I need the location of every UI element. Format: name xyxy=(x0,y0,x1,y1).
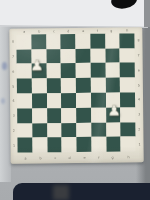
coordinate-label: f xyxy=(98,155,99,160)
bottom-smudge xyxy=(53,185,69,200)
coordinate-label: e xyxy=(84,155,86,160)
coordinate-label: 7 xyxy=(136,54,140,57)
square-e2[interactable] xyxy=(76,123,91,138)
coordinate-label: 4 xyxy=(137,98,141,101)
square-g7[interactable] xyxy=(105,48,120,63)
square-f4[interactable] xyxy=(91,93,106,108)
coordinate-label: 7 xyxy=(11,55,15,58)
white-pawn[interactable]: ♟ xyxy=(107,103,121,118)
square-a4[interactable] xyxy=(17,93,32,108)
square-d3[interactable] xyxy=(61,108,76,123)
coordinate-label: 2 xyxy=(137,128,141,131)
square-d2[interactable] xyxy=(62,123,77,138)
coordinate-label: 8 xyxy=(11,40,15,43)
square-f8[interactable] xyxy=(90,34,105,49)
coordinate-label: c xyxy=(53,30,55,33)
coordinate-label: 6 xyxy=(11,70,15,73)
square-a5[interactable] xyxy=(17,79,32,94)
white-pawn[interactable]: ♟ xyxy=(30,59,44,74)
square-e8[interactable] xyxy=(75,34,90,49)
square-c7[interactable] xyxy=(46,49,61,64)
coordinate-label: f xyxy=(97,29,98,32)
square-d5[interactable] xyxy=(61,78,76,93)
square-b1[interactable] xyxy=(32,138,47,153)
coordinate-label: 6 xyxy=(137,69,141,72)
square-c4[interactable] xyxy=(46,93,61,108)
coordinate-label: b xyxy=(39,155,41,160)
square-c2[interactable] xyxy=(47,123,62,138)
coordinate-label: 2 xyxy=(12,129,16,132)
square-g2[interactable] xyxy=(106,122,121,137)
square-b6[interactable]: ♟ xyxy=(31,64,46,79)
coordinate-label: a xyxy=(23,30,25,33)
file-labels-bottom: abcdefgh xyxy=(18,152,136,162)
square-d1[interactable] xyxy=(62,137,77,152)
coordinate-label: h xyxy=(126,29,128,32)
square-f6[interactable] xyxy=(90,63,105,78)
coordinate-label: d xyxy=(69,155,71,160)
white-sheet xyxy=(0,0,148,28)
coordinate-label: 8 xyxy=(136,39,140,42)
square-e4[interactable] xyxy=(76,93,91,108)
square-h6[interactable] xyxy=(120,63,135,78)
square-b8[interactable] xyxy=(31,34,46,49)
coordinate-label: a xyxy=(24,156,26,161)
square-e6[interactable] xyxy=(76,63,91,78)
square-f2[interactable] xyxy=(91,122,106,137)
coordinate-label: c xyxy=(54,155,56,160)
coordinate-label: 5 xyxy=(137,83,141,86)
square-a1[interactable] xyxy=(17,138,32,153)
coordinate-label: 1 xyxy=(137,142,141,145)
square-g6[interactable] xyxy=(105,63,120,78)
square-g5[interactable] xyxy=(105,78,120,93)
square-e1[interactable] xyxy=(76,137,91,152)
square-h5[interactable] xyxy=(120,78,135,93)
coordinate-label: d xyxy=(67,29,69,32)
chess-board: abcdefgh abcdefgh 87654321 87654321 ♟♟ xyxy=(9,27,143,163)
rank-labels-right: 87654321 xyxy=(134,33,143,151)
board-grid: ♟♟ xyxy=(16,33,135,152)
square-e3[interactable] xyxy=(76,108,91,123)
square-g1[interactable] xyxy=(106,137,121,152)
square-b3[interactable] xyxy=(32,108,47,123)
black-round-object xyxy=(110,0,138,10)
coordinate-label: b xyxy=(38,30,40,33)
blue-smudge xyxy=(1,98,5,104)
square-e7[interactable] xyxy=(76,49,91,64)
square-a3[interactable] xyxy=(17,108,32,123)
coordinate-label: 3 xyxy=(12,114,16,117)
square-c5[interactable] xyxy=(46,78,61,93)
square-c8[interactable] xyxy=(46,34,61,49)
square-h8[interactable] xyxy=(120,33,135,48)
square-h1[interactable] xyxy=(121,137,136,152)
coordinate-label: 5 xyxy=(11,85,15,88)
coordinate-label: g xyxy=(112,155,114,160)
square-h2[interactable] xyxy=(121,122,136,137)
square-f7[interactable] xyxy=(90,48,105,63)
square-d8[interactable] xyxy=(61,34,76,49)
square-f3[interactable] xyxy=(91,107,106,122)
square-h4[interactable] xyxy=(120,92,135,107)
coordinate-label: e xyxy=(82,29,84,32)
square-c1[interactable] xyxy=(47,137,62,152)
coordinate-label: 3 xyxy=(137,113,141,116)
square-e5[interactable] xyxy=(76,78,91,93)
square-b5[interactable] xyxy=(32,79,47,94)
photo-scene: abcdefgh abcdefgh 87654321 87654321 ♟♟ xyxy=(0,0,150,200)
coordinate-label: h xyxy=(127,154,129,159)
dark-object-bottom xyxy=(13,183,150,200)
square-c6[interactable] xyxy=(46,63,61,78)
square-f5[interactable] xyxy=(91,78,106,93)
square-f1[interactable] xyxy=(91,137,106,152)
square-h7[interactable] xyxy=(120,48,135,63)
coordinate-label: 4 xyxy=(12,99,16,102)
square-b2[interactable] xyxy=(32,123,47,138)
square-h3[interactable] xyxy=(120,107,135,122)
square-d7[interactable] xyxy=(61,49,76,64)
square-b4[interactable] xyxy=(32,93,47,108)
square-g3[interactable]: ♟ xyxy=(106,107,121,122)
coordinate-label: 1 xyxy=(12,144,16,147)
blue-smudge xyxy=(2,62,7,70)
square-d6[interactable] xyxy=(61,63,76,78)
square-g8[interactable] xyxy=(105,34,120,49)
square-c3[interactable] xyxy=(47,108,62,123)
square-d4[interactable] xyxy=(61,93,76,108)
coordinate-label: g xyxy=(111,29,113,32)
square-a2[interactable] xyxy=(17,123,32,138)
square-a8[interactable] xyxy=(16,34,31,49)
floor-top-right-edge xyxy=(144,0,150,27)
